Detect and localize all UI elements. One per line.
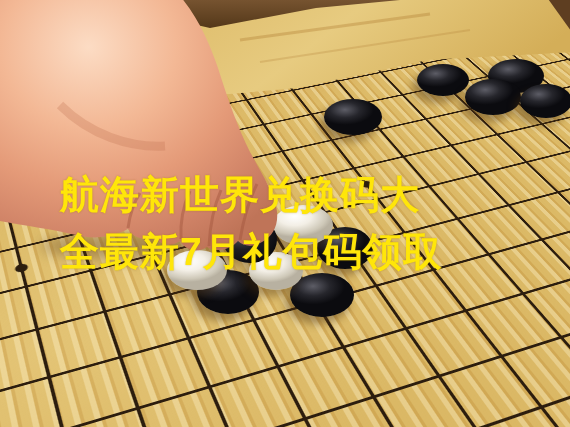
black-stone[interactable] [417, 64, 469, 96]
black-stone[interactable] [465, 79, 521, 115]
black-stone[interactable] [520, 84, 570, 118]
headline-overlay: 航海新世界兑换码大 全最新7月礼包码领取 [60, 166, 443, 280]
headline-line2: 全最新7月礼包码领取 [60, 223, 443, 280]
black-stone[interactable] [324, 99, 382, 135]
go-photo-scene: 航海新世界兑换码大 全最新7月礼包码领取 [0, 0, 570, 427]
headline-line1: 航海新世界兑换码大 [60, 166, 443, 223]
